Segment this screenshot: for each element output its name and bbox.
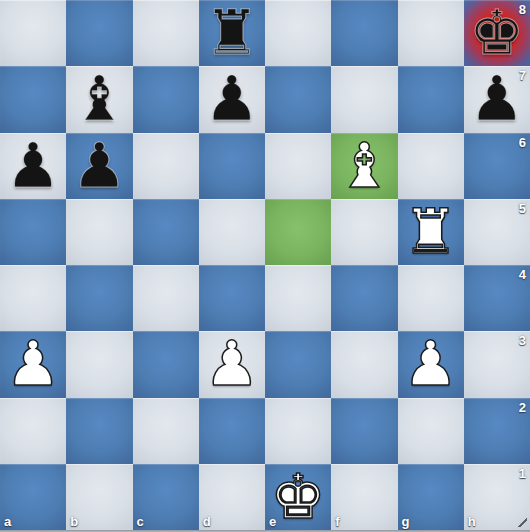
square-e3[interactable] — [265, 331, 331, 397]
square-e4[interactable] — [265, 265, 331, 331]
square-f3[interactable] — [331, 331, 397, 397]
file-label-d: d — [203, 515, 211, 528]
square-e8[interactable] — [265, 0, 331, 66]
square-g5[interactable]: ♜ — [398, 199, 464, 265]
square-g8[interactable] — [398, 0, 464, 66]
black-king[interactable]: ♚ — [469, 2, 525, 64]
board-resize-handle-icon[interactable] — [514, 514, 527, 527]
black-pawn[interactable]: ♟ — [469, 68, 525, 130]
file-label-b: b — [70, 515, 78, 528]
black-pawn[interactable]: ♟ — [204, 68, 260, 130]
square-h1[interactable]: 1h — [464, 464, 530, 530]
square-b2[interactable] — [66, 398, 132, 464]
square-f7[interactable] — [331, 66, 397, 132]
square-e6[interactable] — [265, 133, 331, 199]
square-d3[interactable]: ♟ — [199, 331, 265, 397]
square-h4[interactable]: 4 — [464, 265, 530, 331]
black-rook[interactable]: ♜ — [204, 2, 260, 64]
file-label-f: f — [335, 515, 339, 528]
square-h6[interactable]: 6 — [464, 133, 530, 199]
file-label-g: g — [402, 515, 410, 528]
square-a6[interactable]: ♟ — [0, 133, 66, 199]
white-rook[interactable]: ♜ — [403, 201, 459, 263]
square-g7[interactable] — [398, 66, 464, 132]
square-b4[interactable] — [66, 265, 132, 331]
square-h5[interactable]: 5 — [464, 199, 530, 265]
square-a3[interactable]: ♟ — [0, 331, 66, 397]
square-d4[interactable] — [199, 265, 265, 331]
square-b8[interactable] — [66, 0, 132, 66]
square-f5[interactable] — [331, 199, 397, 265]
black-pawn[interactable]: ♟ — [72, 135, 128, 197]
square-d6[interactable] — [199, 133, 265, 199]
square-f2[interactable] — [331, 398, 397, 464]
square-f6[interactable]: ♝ — [331, 133, 397, 199]
square-a1[interactable]: a — [0, 464, 66, 530]
square-c6[interactable] — [133, 133, 199, 199]
file-label-h: h — [468, 515, 476, 528]
white-bishop[interactable]: ♝ — [337, 135, 393, 197]
square-b5[interactable] — [66, 199, 132, 265]
square-d8[interactable]: ♜ — [199, 0, 265, 66]
square-g6[interactable] — [398, 133, 464, 199]
square-d1[interactable]: d — [199, 464, 265, 530]
square-e5[interactable] — [265, 199, 331, 265]
rank-label-8: 8 — [519, 3, 526, 16]
white-king[interactable]: ♚ — [270, 466, 326, 528]
square-g1[interactable]: g — [398, 464, 464, 530]
rank-label-4: 4 — [519, 268, 526, 281]
square-e7[interactable] — [265, 66, 331, 132]
square-a4[interactable] — [0, 265, 66, 331]
file-label-a: a — [4, 515, 11, 528]
white-pawn[interactable]: ♟ — [403, 333, 459, 395]
square-a8[interactable] — [0, 0, 66, 66]
rank-label-3: 3 — [519, 334, 526, 347]
rank-label-6: 6 — [519, 136, 526, 149]
square-c7[interactable] — [133, 66, 199, 132]
square-a7[interactable] — [0, 66, 66, 132]
file-label-c: c — [137, 515, 144, 528]
square-b6[interactable]: ♟ — [66, 133, 132, 199]
square-d2[interactable] — [199, 398, 265, 464]
square-h2[interactable]: 2 — [464, 398, 530, 464]
square-b7[interactable]: ♝ — [66, 66, 132, 132]
square-h7[interactable]: ♟7 — [464, 66, 530, 132]
square-c1[interactable]: c — [133, 464, 199, 530]
square-h8[interactable]: ♚8 — [464, 0, 530, 66]
square-g4[interactable] — [398, 265, 464, 331]
square-b3[interactable] — [66, 331, 132, 397]
square-a2[interactable] — [0, 398, 66, 464]
square-b1[interactable]: b — [66, 464, 132, 530]
chess-board: ♜♚8♝♟♟7♟♟♝6♜54♟♟♟32abcd♚efg1h — [0, 0, 530, 530]
chess-app: ♜♚8♝♟♟7♟♟♝6♜54♟♟♟32abcd♚efg1h — [0, 0, 530, 532]
square-e2[interactable] — [265, 398, 331, 464]
rank-label-5: 5 — [519, 202, 526, 215]
file-label-e: e — [269, 515, 276, 528]
rank-label-7: 7 — [519, 69, 526, 82]
square-c8[interactable] — [133, 0, 199, 66]
white-pawn[interactable]: ♟ — [204, 333, 260, 395]
black-pawn[interactable]: ♟ — [5, 135, 61, 197]
square-f1[interactable]: f — [331, 464, 397, 530]
rank-label-1: 1 — [519, 467, 526, 480]
square-c4[interactable] — [133, 265, 199, 331]
square-d7[interactable]: ♟ — [199, 66, 265, 132]
square-f4[interactable] — [331, 265, 397, 331]
square-a5[interactable] — [0, 199, 66, 265]
square-g3[interactable]: ♟ — [398, 331, 464, 397]
square-c3[interactable] — [133, 331, 199, 397]
white-pawn[interactable]: ♟ — [5, 333, 61, 395]
square-e1[interactable]: ♚e — [265, 464, 331, 530]
square-h3[interactable]: 3 — [464, 331, 530, 397]
square-c5[interactable] — [133, 199, 199, 265]
black-bishop[interactable]: ♝ — [72, 68, 128, 130]
square-f8[interactable] — [331, 0, 397, 66]
rank-label-2: 2 — [519, 401, 526, 414]
square-c2[interactable] — [133, 398, 199, 464]
square-d5[interactable] — [199, 199, 265, 265]
square-g2[interactable] — [398, 398, 464, 464]
